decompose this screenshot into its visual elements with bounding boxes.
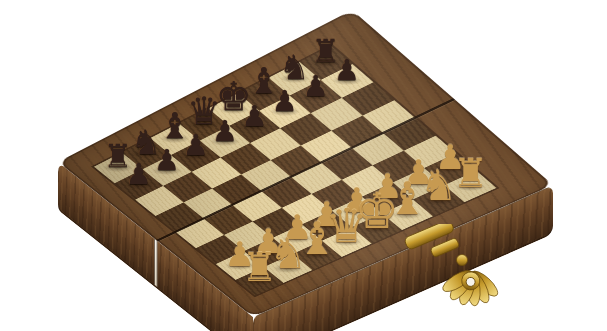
clasp-strap: [404, 224, 468, 266]
product-photo-chess-set: ♜♞♝♛♚♝♞♜♟♟♟♟♟♟♟♟♟♟♟♟♟♟♟♟♜♞♝♛♚♝♞♜: [0, 0, 607, 331]
hinge-gap: [154, 239, 157, 287]
brass-clasp: [398, 224, 518, 331]
clasp-fan: [437, 263, 504, 311]
